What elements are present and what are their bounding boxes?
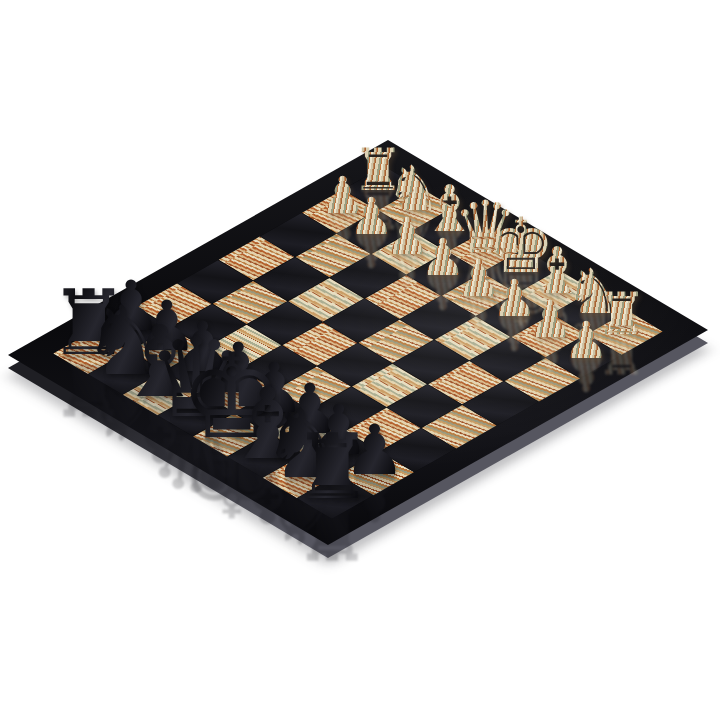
board-grid bbox=[53, 166, 662, 519]
chess-set-photo: ♜♜♞♞♝♝♛♛♚♚♝♝♞♞♜♜♟♟♟♟♟♟♟♟♟♟♟♟♟♟♟♟♟♟♟♟♟♟♟♟… bbox=[0, 0, 720, 720]
chessboard bbox=[8, 140, 708, 545]
